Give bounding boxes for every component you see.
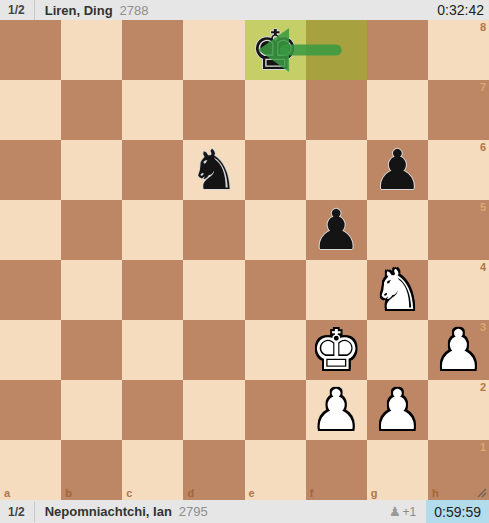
rank-label-7: 7 (480, 81, 486, 93)
bottom-player-score: 1/2 (0, 502, 35, 522)
rank-label-6: 6 (480, 141, 486, 153)
piece-white-pawn-g2[interactable]: ♟ (367, 380, 428, 440)
square-g4[interactable]: ♞ (367, 260, 428, 320)
square-g1[interactable]: g (367, 440, 428, 500)
square-c5[interactable] (122, 200, 183, 260)
square-d2[interactable] (183, 380, 244, 440)
file-label-b: b (65, 487, 72, 499)
square-e7[interactable] (245, 80, 306, 140)
piece-black-king-e8[interactable]: ♚ (245, 20, 306, 80)
square-g7[interactable] (367, 80, 428, 140)
square-b2[interactable] (61, 380, 122, 440)
file-label-d: d (187, 487, 194, 499)
square-e6[interactable] (245, 140, 306, 200)
square-e2[interactable] (245, 380, 306, 440)
square-g8[interactable] (367, 20, 428, 80)
square-a1[interactable]: a (0, 440, 61, 500)
square-h6[interactable]: 6 (428, 140, 489, 200)
square-b8[interactable] (61, 20, 122, 80)
square-c4[interactable] (122, 260, 183, 320)
rank-label-2: 2 (480, 381, 486, 393)
pawn-icon: ♟ (389, 505, 401, 518)
square-h3[interactable]: 3♟ (428, 320, 489, 380)
square-e5[interactable] (245, 200, 306, 260)
top-player-bar: 1/2 Liren, Ding 2788 0:32:42 (0, 0, 489, 20)
square-d6[interactable]: ♞ (183, 140, 244, 200)
square-h7[interactable]: 7 (428, 80, 489, 140)
piece-black-pawn-f5[interactable]: ♟ (306, 200, 367, 260)
piece-white-pawn-f2[interactable]: ♟ (306, 380, 367, 440)
square-b1[interactable]: b (61, 440, 122, 500)
rank-label-4: 4 (480, 261, 486, 273)
file-label-a: a (4, 487, 10, 499)
square-d7[interactable] (183, 80, 244, 140)
piece-black-knight-d6[interactable]: ♞ (183, 140, 244, 200)
square-h4[interactable]: 4 (428, 260, 489, 320)
square-h5[interactable]: 5 (428, 200, 489, 260)
square-d3[interactable] (183, 320, 244, 380)
square-a7[interactable] (0, 80, 61, 140)
square-c7[interactable] (122, 80, 183, 140)
square-a4[interactable] (0, 260, 61, 320)
material-advantage-value: +1 (403, 505, 417, 519)
square-a2[interactable] (0, 380, 61, 440)
square-g2[interactable]: ♟ (367, 380, 428, 440)
square-b3[interactable] (61, 320, 122, 380)
file-label-h: h (432, 487, 439, 499)
piece-white-king-f3[interactable]: ♚ (306, 320, 367, 380)
resize-handle[interactable] (475, 486, 487, 498)
square-a8[interactable] (0, 20, 61, 80)
square-c1[interactable]: c (122, 440, 183, 500)
square-h2[interactable]: 2 (428, 380, 489, 440)
square-a5[interactable] (0, 200, 61, 260)
square-f5[interactable]: ♟ (306, 200, 367, 260)
piece-white-knight-g4[interactable]: ♞ (367, 260, 428, 320)
square-d4[interactable] (183, 260, 244, 320)
square-e4[interactable] (245, 260, 306, 320)
square-g5[interactable] (367, 200, 428, 260)
square-d5[interactable] (183, 200, 244, 260)
file-label-e: e (249, 487, 255, 499)
square-g3[interactable] (367, 320, 428, 380)
top-player-clock: 0:32:42 (429, 2, 489, 18)
square-f4[interactable] (306, 260, 367, 320)
top-player-score: 1/2 (0, 0, 35, 20)
bottom-player-name: Nepomniachtchi, Ian (45, 504, 172, 519)
square-a6[interactable] (0, 140, 61, 200)
square-d8[interactable] (183, 20, 244, 80)
rank-label-1: 1 (480, 441, 486, 453)
square-c8[interactable] (122, 20, 183, 80)
top-player-name: Liren, Ding (45, 3, 113, 18)
square-h8[interactable]: 8 (428, 20, 489, 80)
chess-board: ♚87♞♟6♟5♞4♚3♟♟♟2abcdefg1h (0, 20, 489, 500)
square-c6[interactable] (122, 140, 183, 200)
file-label-c: c (126, 487, 132, 499)
chess-broadcast-window: 1/2 Liren, Ding 2788 0:32:42 ♚87♞♟6♟5♞4♚… (0, 0, 489, 523)
rank-label-8: 8 (480, 21, 486, 33)
square-b5[interactable] (61, 200, 122, 260)
square-g6[interactable]: ♟ (367, 140, 428, 200)
square-f7[interactable] (306, 80, 367, 140)
top-player-rating: 2788 (120, 3, 149, 18)
square-f3[interactable]: ♚ (306, 320, 367, 380)
file-label-f: f (310, 487, 314, 499)
square-f6[interactable] (306, 140, 367, 200)
square-e8[interactable]: ♚ (245, 20, 306, 80)
piece-white-pawn-h3[interactable]: ♟ (428, 320, 489, 380)
bottom-player-rating: 2795 (179, 504, 208, 519)
square-b4[interactable] (61, 260, 122, 320)
square-e1[interactable]: e (245, 440, 306, 500)
square-d1[interactable]: d (183, 440, 244, 500)
square-a3[interactable] (0, 320, 61, 380)
square-f8[interactable] (306, 20, 367, 80)
square-f2[interactable]: ♟ (306, 380, 367, 440)
bottom-player-clock: 0:59:59 (426, 500, 489, 523)
bottom-player-bar: 1/2 Nepomniachtchi, Ian 2795 ♟ +1 0:59:5… (0, 500, 489, 523)
rank-label-5: 5 (480, 201, 486, 213)
material-advantage: ♟ +1 (389, 505, 416, 519)
square-f1[interactable]: f (306, 440, 367, 500)
square-b7[interactable] (61, 80, 122, 140)
file-label-g: g (371, 487, 378, 499)
square-e3[interactable] (245, 320, 306, 380)
square-c2[interactable] (122, 380, 183, 440)
piece-black-pawn-g6[interactable]: ♟ (367, 140, 428, 200)
square-c3[interactable] (122, 320, 183, 380)
square-b6[interactable] (61, 140, 122, 200)
